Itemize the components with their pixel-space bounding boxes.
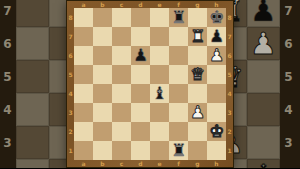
square-b2[interactable] bbox=[93, 122, 112, 141]
square-f3[interactable] bbox=[169, 103, 188, 122]
square-f1[interactable]: ♜ bbox=[169, 141, 188, 160]
piece-white-king[interactable]: ♚ bbox=[209, 123, 224, 140]
bg-rank-label-6: 6 bbox=[280, 27, 297, 60]
rank-label-1: 1 bbox=[226, 141, 233, 160]
square-e3[interactable] bbox=[150, 103, 169, 122]
bg-square-h4 bbox=[247, 93, 280, 126]
bg-rank-label-7: 7 bbox=[0, 0, 16, 27]
rank-label-3: 3 bbox=[67, 103, 74, 122]
bg-square-h7: ♟ bbox=[247, 0, 280, 27]
file-label-e: e bbox=[150, 160, 169, 167]
file-label-b: b bbox=[93, 1, 112, 8]
square-g3[interactable]: ♟ bbox=[188, 103, 207, 122]
bg-square-a7 bbox=[16, 0, 49, 27]
bg-square-h6: ♟ bbox=[247, 27, 280, 60]
square-a6[interactable] bbox=[74, 46, 93, 65]
square-h5[interactable] bbox=[207, 65, 226, 84]
ranks-left-coordinates: 87654321 bbox=[67, 8, 74, 160]
rank-label-4: 4 bbox=[226, 84, 233, 103]
square-d6[interactable]: ♟ bbox=[131, 46, 150, 65]
bg-square-a5 bbox=[16, 60, 49, 93]
square-a5[interactable] bbox=[74, 65, 93, 84]
file-label-g: g bbox=[188, 1, 207, 8]
bg-rank-label-2: 2 bbox=[280, 159, 297, 168]
square-c8[interactable] bbox=[112, 8, 131, 27]
square-f7[interactable] bbox=[169, 27, 188, 46]
rank-label-2: 2 bbox=[226, 122, 233, 141]
square-c2[interactable] bbox=[112, 122, 131, 141]
bg-square-h5 bbox=[247, 60, 280, 93]
square-g6[interactable] bbox=[188, 46, 207, 65]
bg-piece-white-pawn: ♟ bbox=[250, 29, 277, 59]
square-e4[interactable]: ♝ bbox=[150, 84, 169, 103]
rank-label-8: 8 bbox=[226, 8, 233, 27]
piece-black-pawn[interactable]: ♟ bbox=[209, 28, 224, 45]
square-b6[interactable] bbox=[93, 46, 112, 65]
rank-label-6: 6 bbox=[226, 46, 233, 65]
square-a7[interactable] bbox=[74, 27, 93, 46]
square-c7[interactable] bbox=[112, 27, 131, 46]
bg-rank-label-5: 5 bbox=[280, 60, 297, 93]
bg-square-a6 bbox=[16, 27, 49, 60]
file-label-d: d bbox=[131, 160, 150, 167]
square-f2[interactable] bbox=[169, 122, 188, 141]
square-d4[interactable] bbox=[131, 84, 150, 103]
rank-label-1: 1 bbox=[67, 141, 74, 160]
square-f5[interactable] bbox=[169, 65, 188, 84]
square-d1[interactable] bbox=[131, 141, 150, 160]
square-e1[interactable] bbox=[150, 141, 169, 160]
bg-piece-black-pawn: ♟ bbox=[250, 0, 277, 26]
square-b3[interactable] bbox=[93, 103, 112, 122]
square-a3[interactable] bbox=[74, 103, 93, 122]
bg-ranks-left-coordinates: 87654321 bbox=[0, 0, 16, 168]
rank-label-4: 4 bbox=[67, 84, 74, 103]
bg-rank-label-5: 5 bbox=[0, 60, 16, 93]
bg-rank-label-3: 3 bbox=[0, 126, 16, 159]
bg-square-a2 bbox=[16, 159, 49, 168]
bg-square-a3 bbox=[16, 126, 49, 159]
square-g5[interactable]: ♛ bbox=[188, 65, 207, 84]
piece-black-rook[interactable]: ♜ bbox=[171, 142, 186, 159]
square-c4[interactable] bbox=[112, 84, 131, 103]
file-label-h: h bbox=[207, 160, 226, 167]
file-label-g: g bbox=[188, 160, 207, 167]
rank-label-6: 6 bbox=[67, 46, 74, 65]
square-d5[interactable] bbox=[131, 65, 150, 84]
square-b4[interactable] bbox=[93, 84, 112, 103]
square-b1[interactable] bbox=[93, 141, 112, 160]
square-e6[interactable] bbox=[150, 46, 169, 65]
square-h2[interactable]: ♚ bbox=[207, 122, 226, 141]
square-b7[interactable] bbox=[93, 27, 112, 46]
square-e2[interactable] bbox=[150, 122, 169, 141]
rank-label-7: 7 bbox=[67, 27, 74, 46]
bg-rank-label-6: 6 bbox=[0, 27, 16, 60]
square-d7[interactable] bbox=[131, 27, 150, 46]
square-h4[interactable] bbox=[207, 84, 226, 103]
square-h1[interactable] bbox=[207, 141, 226, 160]
square-c5[interactable] bbox=[112, 65, 131, 84]
file-label-b: b bbox=[93, 160, 112, 167]
piece-white-pawn[interactable]: ♟ bbox=[209, 47, 224, 64]
square-b5[interactable] bbox=[93, 65, 112, 84]
bg-rank-label-4: 4 bbox=[280, 93, 297, 126]
square-g7[interactable]: ♜ bbox=[188, 27, 207, 46]
chess-app-screen: abcdefghabcdefgh8765432187654321♜♚♜♟♟♟♛♝… bbox=[0, 0, 300, 168]
square-c1[interactable] bbox=[112, 141, 131, 160]
square-a8[interactable] bbox=[74, 8, 93, 27]
bg-rank-label-7: 7 bbox=[280, 0, 297, 27]
file-label-d: d bbox=[131, 1, 150, 8]
rank-label-5: 5 bbox=[226, 65, 233, 84]
bg-square-a4 bbox=[16, 93, 49, 126]
file-label-c: c bbox=[112, 1, 131, 8]
piece-white-rook[interactable]: ♜ bbox=[190, 28, 205, 45]
rank-label-8: 8 bbox=[67, 8, 74, 27]
square-d2[interactable] bbox=[131, 122, 150, 141]
file-label-f: f bbox=[169, 160, 188, 167]
bg-rank-label-3: 3 bbox=[280, 126, 297, 159]
piece-black-pawn[interactable]: ♟ bbox=[133, 47, 148, 64]
ranks-right-coordinates: 87654321 bbox=[226, 8, 233, 160]
piece-black-king[interactable]: ♚ bbox=[209, 9, 224, 26]
square-a4[interactable] bbox=[74, 84, 93, 103]
square-a2[interactable] bbox=[74, 122, 93, 141]
square-d8[interactable] bbox=[131, 8, 150, 27]
piece-white-pawn[interactable]: ♟ bbox=[190, 104, 205, 121]
piece-white-queen[interactable]: ♛ bbox=[190, 66, 205, 83]
square-f8[interactable]: ♜ bbox=[169, 8, 188, 27]
square-c6[interactable] bbox=[112, 46, 131, 65]
bg-rank-label-2: 2 bbox=[0, 159, 16, 168]
piece-black-bishop[interactable]: ♝ bbox=[152, 85, 167, 102]
square-a1[interactable] bbox=[74, 141, 93, 160]
square-e5[interactable] bbox=[150, 65, 169, 84]
square-f4[interactable] bbox=[169, 84, 188, 103]
file-label-e: e bbox=[150, 1, 169, 8]
square-h3[interactable] bbox=[207, 103, 226, 122]
files-top-coordinates: abcdefgh bbox=[74, 1, 226, 8]
square-e8[interactable] bbox=[150, 8, 169, 27]
rank-label-3: 3 bbox=[226, 103, 233, 122]
main-chess-board: abcdefghabcdefgh8765432187654321♜♚♜♟♟♟♛♝… bbox=[67, 1, 233, 167]
bg-ranks-right-coordinates: 87654321 bbox=[280, 0, 297, 168]
rank-label-5: 5 bbox=[67, 65, 74, 84]
file-label-c: c bbox=[112, 160, 131, 167]
square-d3[interactable] bbox=[131, 103, 150, 122]
bg-square-h3 bbox=[247, 126, 280, 159]
rank-label-7: 7 bbox=[226, 27, 233, 46]
bg-square-h2: ♚ bbox=[247, 159, 280, 168]
file-label-a: a bbox=[74, 160, 93, 167]
bg-rank-label-4: 4 bbox=[0, 93, 16, 126]
square-e7[interactable] bbox=[150, 27, 169, 46]
rank-label-2: 2 bbox=[67, 122, 74, 141]
squares-grid: ♜♚♜♟♟♟♛♝♟♚♜ bbox=[74, 8, 226, 160]
square-h8[interactable]: ♚ bbox=[207, 8, 226, 27]
bg-piece-white-king: ♚ bbox=[250, 161, 277, 169]
square-h7[interactable]: ♟ bbox=[207, 27, 226, 46]
files-bottom-coordinates: abcdefgh bbox=[74, 160, 226, 167]
square-b8[interactable] bbox=[93, 8, 112, 27]
square-h6[interactable]: ♟ bbox=[207, 46, 226, 65]
square-g4[interactable] bbox=[188, 84, 207, 103]
file-label-a: a bbox=[74, 1, 93, 8]
square-g2[interactable] bbox=[188, 122, 207, 141]
square-c3[interactable] bbox=[112, 103, 131, 122]
piece-black-rook[interactable]: ♜ bbox=[171, 9, 186, 26]
square-g8[interactable] bbox=[188, 8, 207, 27]
square-g1[interactable] bbox=[188, 141, 207, 160]
square-f6[interactable] bbox=[169, 46, 188, 65]
